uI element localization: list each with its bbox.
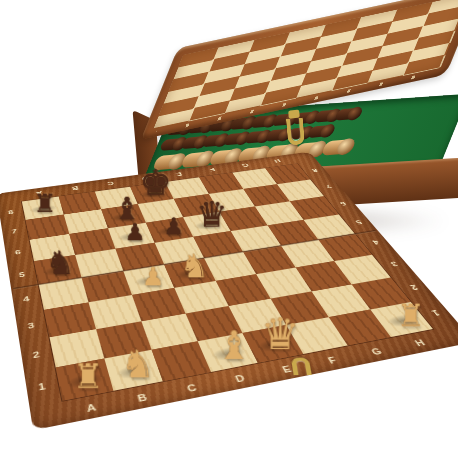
square-a1[interactable]: ♜ (56, 359, 114, 401)
coordinate-label: B (115, 385, 170, 410)
coordinate-label: F (306, 349, 359, 371)
light-bishop[interactable]: ♝ (207, 326, 260, 365)
coordinate-label: G (350, 341, 403, 363)
coordinate-label: 8 (1, 202, 21, 223)
box-clasp-icon[interactable] (286, 117, 305, 145)
coordinate-label: 6 (7, 241, 29, 265)
square-h1[interactable]: ♜ (370, 302, 433, 337)
dark-pawn[interactable]: ♟ (113, 221, 156, 244)
light-rook[interactable]: ♜ (60, 360, 115, 394)
coordinate-label: 3 (377, 251, 413, 276)
coordinate-label: 7 (4, 221, 25, 244)
stored-piece[interactable] (159, 138, 183, 151)
coordinate-label: 3 (18, 311, 43, 342)
light-rook[interactable]: ♜ (385, 300, 435, 331)
coordinate-label: H (393, 332, 446, 353)
product-photo: ♜♚♝♟♟♛♞♟♞♜♞♝♛♜ 12345678 12345678 ABCDEFG… (0, 0, 458, 458)
coordinate-label: C (164, 376, 219, 400)
light-knight[interactable]: ♞ (171, 250, 217, 282)
square-c6[interactable]: ♟ (108, 223, 155, 249)
square-a3[interactable] (44, 302, 96, 337)
coordinate-label: 4 (14, 285, 38, 314)
light-pawn[interactable]: ♟ (129, 264, 176, 289)
coordinate-label: D (213, 367, 267, 391)
dark-queen[interactable]: ♛ (190, 197, 232, 232)
light-queen[interactable]: ♛ (254, 313, 306, 357)
light-knight[interactable]: ♞ (111, 346, 165, 384)
dark-knight[interactable]: ♞ (37, 247, 83, 279)
coordinate-label: 2 (23, 338, 50, 372)
dark-pawn[interactable]: ♟ (152, 215, 194, 238)
coordinate-label: 1 (28, 369, 56, 407)
